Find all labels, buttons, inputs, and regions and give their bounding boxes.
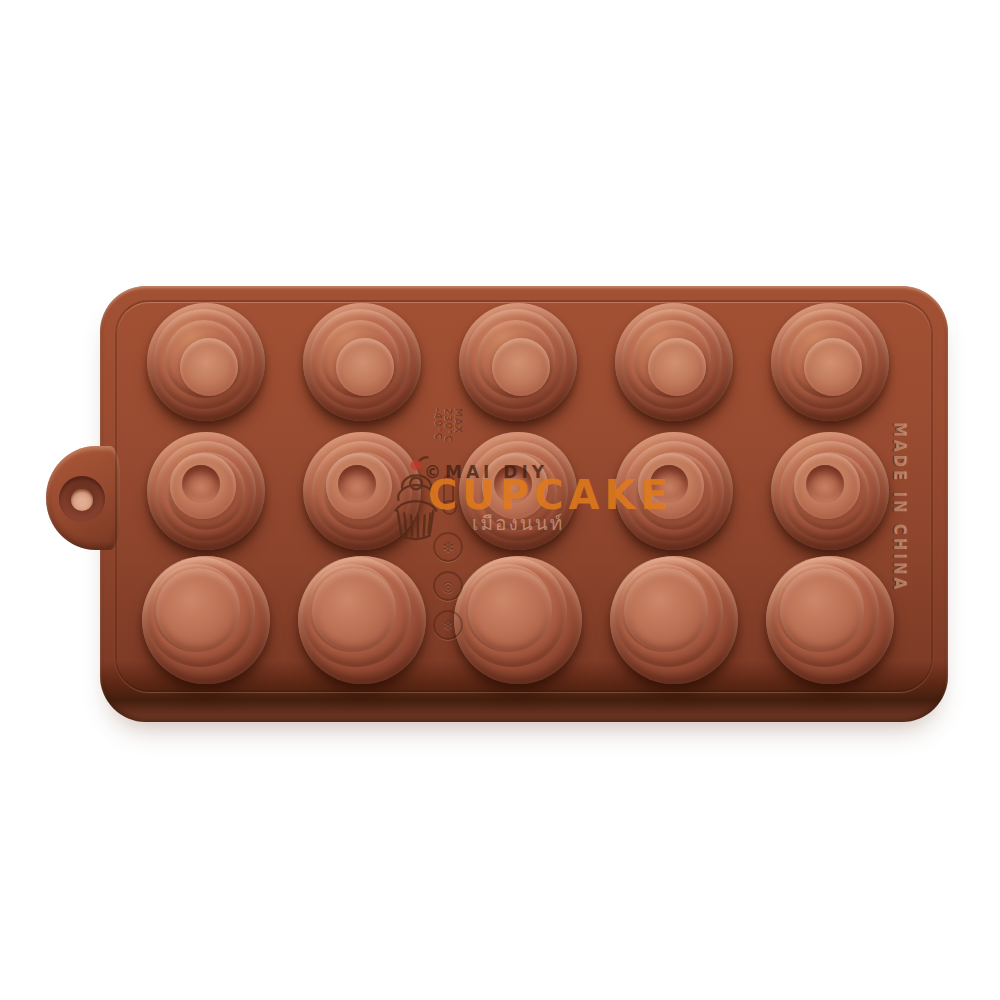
mold-cavity (771, 303, 889, 421)
cavity-center-dip (806, 465, 844, 503)
mold-cavity (459, 303, 577, 421)
silicone-mold: MAX 230°C -40°C ✻ ◎ ❄ MADE IN CHINA (100, 286, 948, 722)
mold-cavity (771, 432, 889, 550)
cavity-center-dip (494, 465, 532, 503)
certification-marks: MAX 230°C -40°C ✻ ◎ ❄ (430, 408, 466, 640)
mold-cavity (147, 303, 265, 421)
mold-cavity (303, 432, 421, 550)
hanging-tab (46, 446, 120, 550)
cavity-top-face (312, 568, 396, 652)
mold-cavity (454, 556, 582, 684)
microwave-safe-icon: ◎ (433, 571, 463, 601)
mold-cavity (303, 303, 421, 421)
cavity-grid (128, 298, 908, 684)
freezer-safe-icon: ❄ (433, 610, 463, 640)
cavity-top-face (492, 338, 550, 396)
cavity-center-dip (338, 465, 376, 503)
hanging-hole-inner (71, 489, 93, 511)
cavity-top-face (336, 338, 394, 396)
mold-cavity (147, 432, 265, 550)
mold-cavity (610, 556, 738, 684)
mold-cavity (142, 556, 270, 684)
mold-cavity (766, 556, 894, 684)
cavity-center-dip (182, 465, 220, 503)
made-in-china-text: MADE IN CHINA (890, 422, 908, 602)
mold-cavity (298, 556, 426, 684)
mold-cavity (459, 432, 577, 550)
hanging-hole (59, 476, 105, 522)
cavity-top-face (468, 568, 552, 652)
temperature-range-label: MAX 230°C -40°C (433, 408, 463, 466)
cavity-top-face (156, 568, 240, 652)
cavity-top-face (780, 568, 864, 652)
cavity-top-face (804, 338, 862, 396)
thermometer-icon (443, 475, 454, 509)
mold-cavity (615, 432, 733, 550)
cavity-top-face (648, 338, 706, 396)
cavity-top-face (624, 568, 708, 652)
product-photo: MAX 230°C -40°C ✻ ◎ ❄ MADE IN CHINA ©MAI… (0, 0, 1000, 1000)
cavity-top-face (180, 338, 238, 396)
cavity-center-dip (650, 465, 688, 503)
food-safe-glass-fork-icon: ✻ (433, 532, 463, 562)
mold-cavity (615, 303, 733, 421)
